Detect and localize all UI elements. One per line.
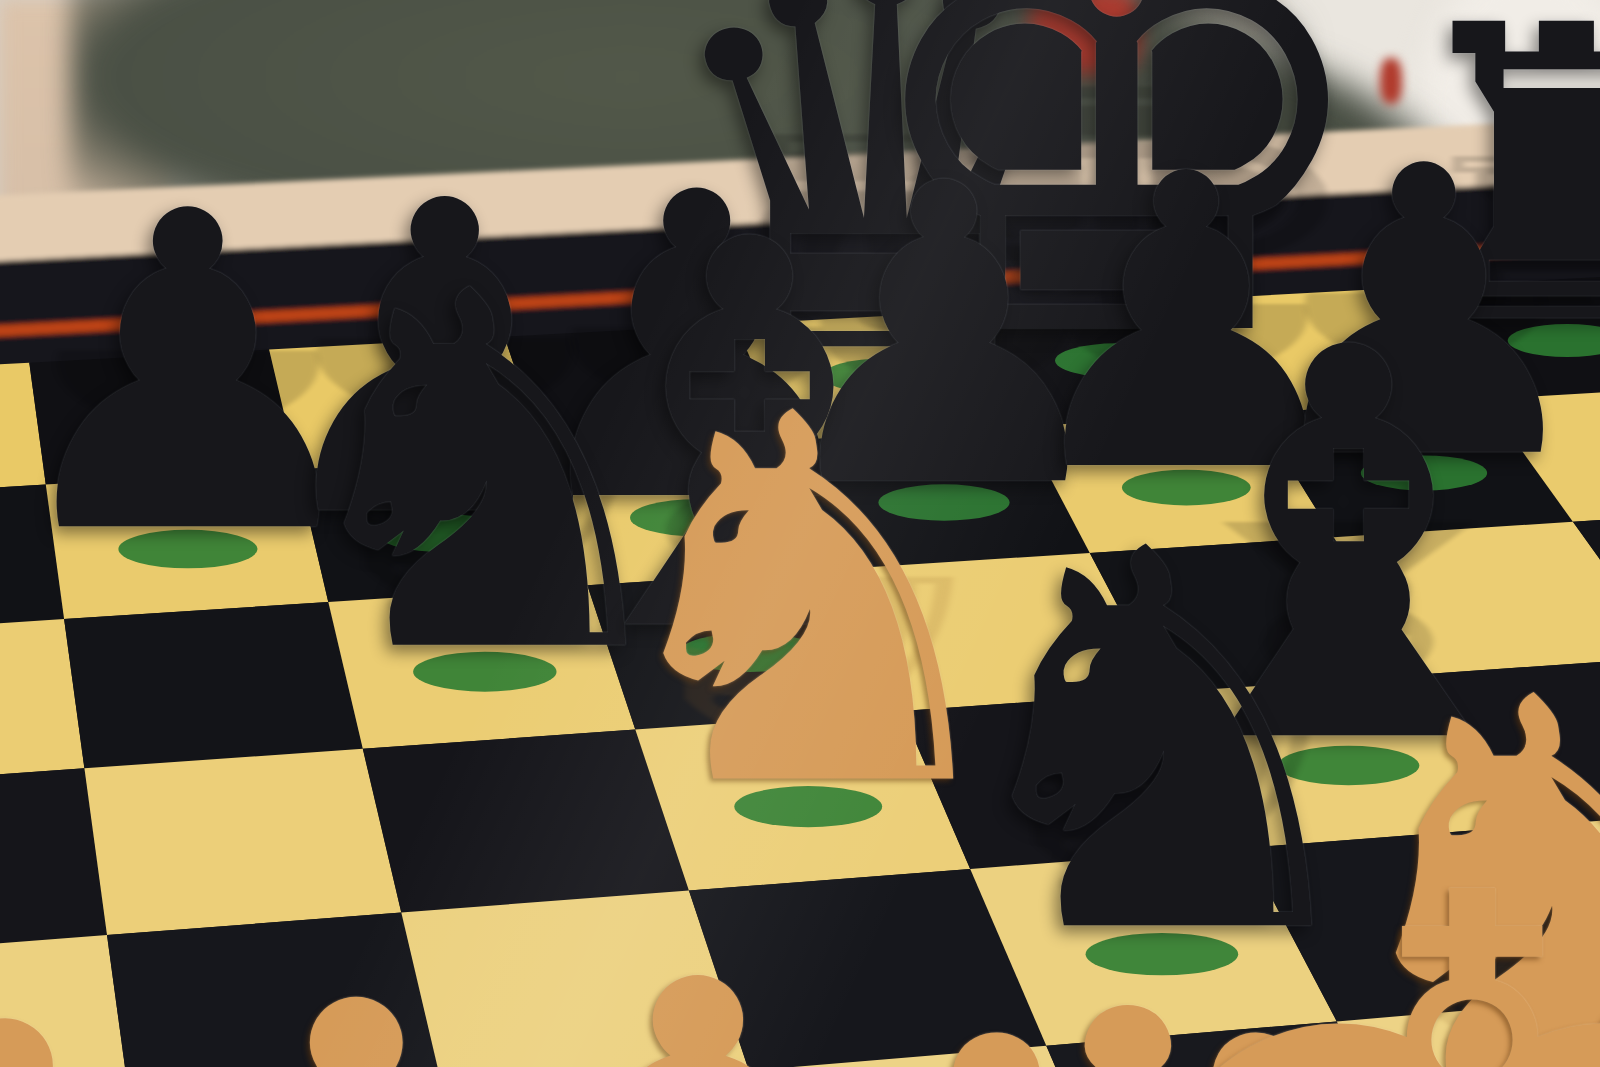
photo-scene: ♛♛♚♚♜♜♟♟♟♟♟♟♟♟♟♟♟♟♞♞♝♝♞♞♝♝♞♞♞♞♟♟♟♟♟♟♟♟♝♝… [0,0,1600,1067]
piece-white-king-e1[interactable]: ♚ [1071,785,1600,1067]
pieces-layer: ♛♛♚♚♜♜♟♟♟♟♟♟♟♟♟♟♟♟♞♞♝♝♞♞♝♝♞♞♞♞♟♟♟♟♟♟♟♟♝♝… [0,0,1600,1067]
